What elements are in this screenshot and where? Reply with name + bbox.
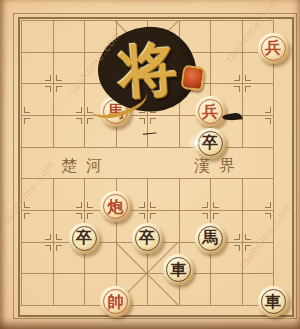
file-line <box>242 178 243 305</box>
piece-black-soldier[interactable]: 卒 <box>132 223 163 254</box>
position-mark <box>45 86 51 92</box>
position-mark <box>213 213 219 219</box>
position-mark <box>87 118 93 124</box>
position-mark <box>150 213 156 219</box>
sparkle-effect <box>192 139 200 147</box>
red-seal <box>180 65 205 92</box>
position-mark <box>76 202 82 208</box>
position-mark <box>76 107 82 113</box>
piece-black-horse[interactable]: 馬 <box>195 223 226 254</box>
position-mark <box>234 245 240 251</box>
piece-character: 馬 <box>202 230 218 246</box>
position-mark <box>139 213 145 219</box>
position-mark <box>56 75 62 81</box>
xiangqi-puzzle-screen: 楚河 漢界 兵馬兵卒炮卒卒馬車帥車 将 taohome.comtaohome.c… <box>0 0 300 329</box>
river-label-han-jie: 漢界 <box>183 156 255 177</box>
position-mark <box>265 202 271 208</box>
position-mark <box>56 234 62 240</box>
position-mark <box>24 213 30 219</box>
file-line <box>53 178 54 305</box>
piece-red-cannon[interactable]: 炮 <box>100 191 131 222</box>
piece-character: 帥 <box>108 293 124 309</box>
position-mark <box>76 213 82 219</box>
piece-black-chariot[interactable]: 車 <box>258 286 289 317</box>
piece-character: 車 <box>171 261 187 277</box>
piece-black-soldier[interactable]: 卒 <box>69 223 100 254</box>
position-mark <box>56 245 62 251</box>
position-mark <box>150 202 156 208</box>
position-mark <box>24 107 30 113</box>
piece-red-soldier[interactable]: 兵 <box>258 33 289 64</box>
file-line <box>53 20 54 147</box>
position-mark <box>245 234 251 240</box>
position-mark <box>56 86 62 92</box>
position-mark <box>76 118 82 124</box>
piece-red-general[interactable]: 帥 <box>100 286 131 317</box>
piece-character: 車 <box>265 293 281 309</box>
position-mark <box>245 75 251 81</box>
position-mark <box>45 75 51 81</box>
file-line <box>21 20 22 305</box>
position-mark <box>234 86 240 92</box>
position-mark <box>139 202 145 208</box>
position-mark <box>87 213 93 219</box>
piece-character: 炮 <box>108 198 124 214</box>
position-mark <box>234 75 240 81</box>
rank-line <box>21 305 273 306</box>
piece-character: 兵 <box>265 40 281 56</box>
position-mark <box>45 245 51 251</box>
position-mark <box>45 234 51 240</box>
position-mark <box>213 202 219 208</box>
piece-character: 卒 <box>202 135 218 151</box>
position-mark <box>234 234 240 240</box>
position-mark <box>202 202 208 208</box>
position-mark <box>265 107 271 113</box>
position-mark <box>245 86 251 92</box>
piece-character: 卒 <box>139 230 155 246</box>
rank-line <box>21 147 273 148</box>
position-mark <box>202 213 208 219</box>
position-mark <box>87 202 93 208</box>
position-mark <box>265 118 271 124</box>
piece-character: 卒 <box>76 230 92 246</box>
river-label-chu-he: 楚河 <box>50 156 122 177</box>
position-mark <box>24 118 30 124</box>
